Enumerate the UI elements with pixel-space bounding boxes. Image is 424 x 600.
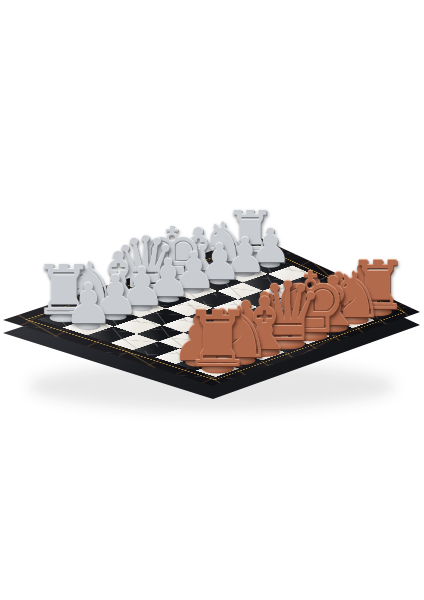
- marble-gloss-highlight: [3, 236, 420, 386]
- product-photo-canvas: ♜♞♝♛♚♝♞♜♟♟♟♟♟♟♟♟♟♟♟♟♟♟♟♟♜♞♝♛♚♝♞♜: [0, 0, 424, 600]
- chessboard: [3, 236, 420, 386]
